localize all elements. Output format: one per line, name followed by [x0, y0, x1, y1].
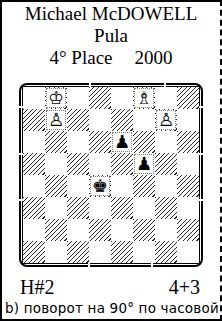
square-b1 — [45, 241, 67, 263]
white-pawn-b7: ♙ — [46, 110, 66, 130]
square-g4 — [155, 175, 177, 197]
square-a8 — [23, 87, 45, 109]
square-h3 — [177, 197, 199, 219]
square-f6 — [133, 131, 155, 153]
twin-caption: b) поворот на 90° по часовой — [5, 299, 220, 317]
material-count: 4+3 — [169, 275, 200, 299]
square-b4 — [45, 175, 67, 197]
square-f4 — [133, 175, 155, 197]
square-a6 — [23, 131, 45, 153]
stipulation-row: H#2 4+3 — [2, 275, 220, 299]
border-notch — [199, 106, 204, 108]
square-g8 — [155, 87, 177, 109]
square-d1 — [89, 241, 111, 263]
border-notch — [89, 82, 91, 87]
square-d8 — [89, 87, 111, 109]
square-c1 — [67, 241, 89, 263]
border-notch — [199, 153, 204, 155]
border-notch — [164, 82, 166, 87]
square-b6 — [45, 131, 67, 153]
board-grid: ♔♗♙♙♟♟♚ — [22, 86, 200, 264]
square-g2 — [155, 219, 177, 241]
square-c2 — [67, 219, 89, 241]
square-a4 — [23, 175, 45, 197]
author-name: Michael McDOWELL — [2, 3, 220, 25]
square-e5 — [111, 153, 133, 175]
chess-board: ♔♗♙♙♟♟♚ — [19, 83, 203, 267]
square-h2 — [177, 219, 199, 241]
award-year: 2000 — [135, 47, 173, 68]
black-king-d4: ♚ — [90, 176, 110, 196]
square-f2 — [133, 219, 155, 241]
chess-problem-card: Michael McDOWELL Pula 4° Place2000 ♔♗♙♙♟… — [0, 0, 222, 321]
square-g7: ♙ — [155, 109, 177, 131]
award-line: 4° Place2000 — [2, 47, 220, 69]
square-e3 — [111, 197, 133, 219]
square-a1 — [23, 241, 45, 263]
square-c6 — [67, 131, 89, 153]
square-c5 — [67, 153, 89, 175]
square-h5 — [177, 153, 199, 175]
square-a3 — [23, 197, 45, 219]
square-h8 — [177, 87, 199, 109]
border-notch — [151, 263, 153, 268]
square-f3 — [133, 197, 155, 219]
border-notch — [88, 263, 90, 268]
border-notch — [18, 153, 23, 155]
square-g5 — [155, 153, 177, 175]
square-e1 — [111, 241, 133, 263]
square-g3 — [155, 197, 177, 219]
square-e2 — [111, 219, 133, 241]
white-king-b8: ♔ — [46, 88, 66, 108]
square-e6: ♟ — [111, 131, 133, 153]
square-d2 — [89, 219, 111, 241]
square-h6 — [177, 131, 199, 153]
white-bishop-f8: ♗ — [134, 88, 154, 108]
square-f1 — [133, 241, 155, 263]
square-c3 — [67, 197, 89, 219]
stipulation: H#2 — [20, 275, 54, 299]
black-pawn-f5: ♟ — [134, 154, 154, 174]
square-f7 — [133, 109, 155, 131]
square-b7: ♙ — [45, 109, 67, 131]
square-c8 — [67, 87, 89, 109]
square-f8: ♗ — [133, 87, 155, 109]
border-notch — [18, 199, 23, 201]
square-e8 — [111, 87, 133, 109]
square-e4 — [111, 175, 133, 197]
black-pawn-e6: ♟ — [112, 132, 132, 152]
square-c4 — [67, 175, 89, 197]
event-name: Pula — [2, 25, 220, 47]
square-h4 — [177, 175, 199, 197]
square-b8: ♔ — [45, 87, 67, 109]
square-h1 — [177, 241, 199, 263]
square-d4: ♚ — [89, 175, 111, 197]
square-a7 — [23, 109, 45, 131]
square-d5 — [89, 153, 111, 175]
board-border: ♔♗♙♙♟♟♚ — [19, 83, 203, 267]
square-b3 — [45, 197, 67, 219]
square-e7 — [111, 109, 133, 131]
square-d3 — [89, 197, 111, 219]
white-pawn-g7: ♙ — [156, 110, 176, 130]
square-f5: ♟ — [133, 153, 155, 175]
square-c7 — [67, 109, 89, 131]
square-b5 — [45, 153, 67, 175]
square-b2 — [45, 219, 67, 241]
square-d7 — [89, 109, 111, 131]
square-a2 — [23, 219, 45, 241]
border-notch — [18, 106, 23, 108]
square-g1 — [155, 241, 177, 263]
border-notch — [199, 199, 204, 201]
title-block: Michael McDOWELL Pula 4° Place2000 — [2, 3, 220, 69]
square-g6 — [155, 131, 177, 153]
award-place: 4° Place — [50, 47, 113, 68]
square-a5 — [23, 153, 45, 175]
square-h7 — [177, 109, 199, 131]
square-d6 — [89, 131, 111, 153]
